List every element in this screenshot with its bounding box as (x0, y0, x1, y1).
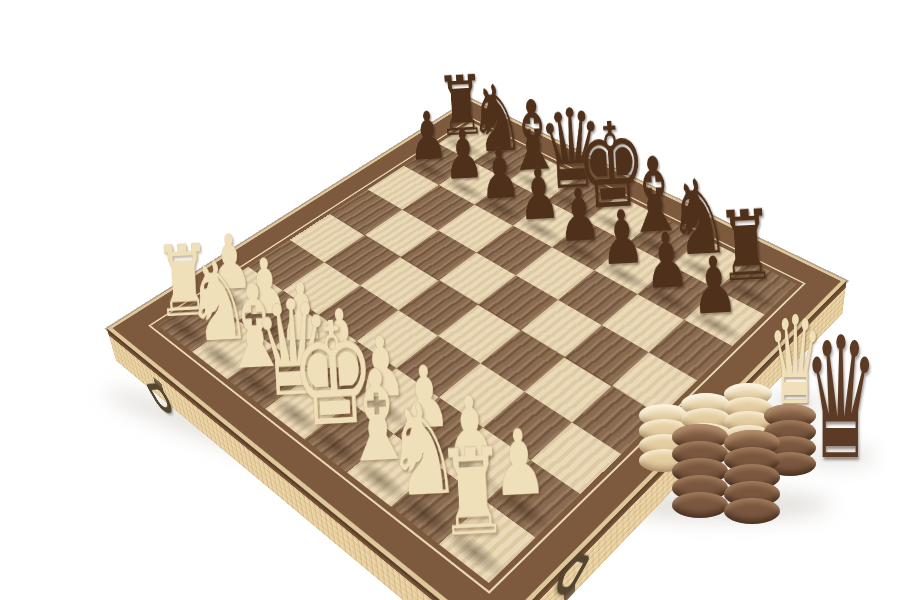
piece-white-rook[interactable]: ♜ (420, 431, 524, 554)
checker-disc-dark (724, 498, 780, 524)
square-h1[interactable]: ♜ (438, 501, 536, 584)
checkers-stack-dark[interactable] (724, 430, 780, 524)
board-surface: ♜♞♝♛♚♝♞♜♟♟♟♟♟♟♟♟♟♟♟♟♟♟♟♟♜♞♝♛♚♝♞♜ (107, 99, 847, 600)
checker-disc-dark (672, 492, 728, 518)
piece-black-pawn[interactable]: ♟ (671, 245, 757, 328)
chess-set-product-photo: ♜♞♝♛♚♝♞♜♟♟♟♟♟♟♟♟♟♟♟♟♟♟♟♟♜♞♝♛♚♝♞♜ ♛♛ (0, 0, 900, 600)
latch-ring-icon (146, 383, 176, 414)
chess-board: ♜♞♝♛♚♝♞♜♟♟♟♟♟♟♟♟♟♟♟♟♟♟♟♟♜♞♝♛♚♝♞♜ (107, 99, 847, 600)
checkers-stack-dark[interactable] (672, 424, 728, 518)
